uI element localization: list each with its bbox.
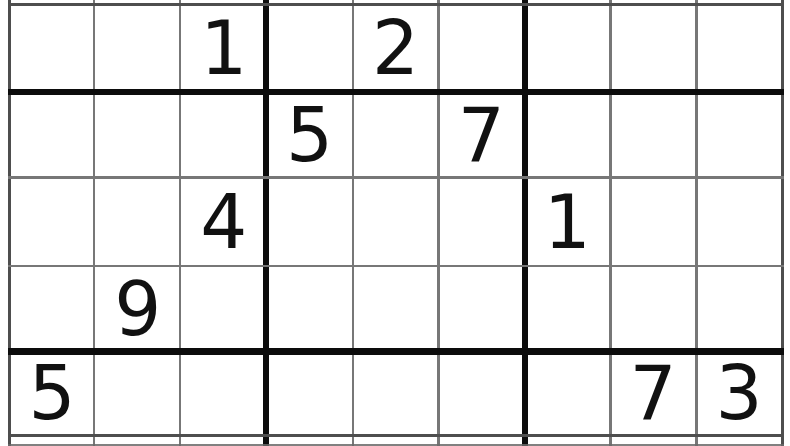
cell-r5c4[interactable] (267, 351, 353, 434)
cell-r2c7[interactable] (524, 92, 610, 178)
cell-r3c2[interactable] (95, 178, 181, 266)
cell-r4c2[interactable]: 9 (95, 266, 181, 351)
cell-r5c3[interactable] (181, 351, 267, 434)
cell-r5c9[interactable]: 3 (696, 351, 782, 434)
sudoku-board: 1 2 5 7 4 1 9 5 (0, 0, 790, 446)
cell-r3c7[interactable]: 1 (524, 178, 610, 266)
cell-r4c5[interactable] (353, 266, 439, 351)
cell-r4c9[interactable] (696, 266, 782, 351)
cell-r2c4[interactable]: 5 (267, 92, 353, 178)
cell-r3c5[interactable] (353, 178, 439, 266)
cell-r1c8[interactable] (610, 4, 696, 92)
cell-r5c8[interactable]: 7 (610, 351, 696, 434)
cell-r4c8[interactable] (610, 266, 696, 351)
cell-r1c1[interactable] (9, 4, 95, 92)
cell-r3c9[interactable] (696, 178, 782, 266)
cell-r1c2[interactable] (95, 4, 181, 92)
cell-r1c6[interactable] (438, 4, 524, 92)
cell-r1c5[interactable]: 2 (353, 4, 439, 92)
cell-r5c6[interactable] (438, 351, 524, 434)
cell-r5c2[interactable] (95, 351, 181, 434)
cell-r5c1[interactable]: 5 (9, 351, 95, 434)
cell-r3c1[interactable] (9, 178, 95, 266)
cell-r1c7[interactable] (524, 4, 610, 92)
cell-r4c6[interactable] (438, 266, 524, 351)
cell-r1c3[interactable]: 1 (181, 4, 267, 92)
cell-r2c3[interactable] (181, 92, 267, 178)
cell-r1c4[interactable] (267, 4, 353, 92)
cell-r3c6[interactable] (438, 178, 524, 266)
cell-r1c9[interactable] (696, 4, 782, 92)
cell-r2c1[interactable] (9, 92, 95, 178)
cell-r2c9[interactable] (696, 92, 782, 178)
cell-r2c6[interactable]: 7 (438, 92, 524, 178)
cell-r4c1[interactable] (9, 266, 95, 351)
cell-r5c5[interactable] (353, 351, 439, 434)
cell-r2c2[interactable] (95, 92, 181, 178)
cell-r3c8[interactable] (610, 178, 696, 266)
cell-r3c4[interactable] (267, 178, 353, 266)
cell-r3c3[interactable]: 4 (181, 178, 267, 266)
cell-r2c5[interactable] (353, 92, 439, 178)
cell-r2c8[interactable] (610, 92, 696, 178)
cell-r4c7[interactable] (524, 266, 610, 351)
cell-grid: 1 2 5 7 4 1 9 5 (9, 4, 782, 434)
cell-r4c3[interactable] (181, 266, 267, 351)
cell-r4c4[interactable] (267, 266, 353, 351)
cell-r5c7[interactable] (524, 351, 610, 434)
